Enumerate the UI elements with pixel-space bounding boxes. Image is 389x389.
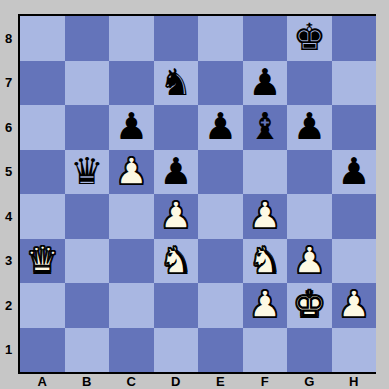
square-f8[interactable] bbox=[243, 16, 288, 61]
square-d1[interactable] bbox=[154, 328, 199, 373]
square-c8[interactable] bbox=[109, 16, 154, 61]
square-e2[interactable] bbox=[198, 283, 243, 328]
square-f7[interactable]: ♟ bbox=[243, 61, 288, 106]
square-h8[interactable] bbox=[332, 16, 377, 61]
rank-label-4: 4 bbox=[0, 194, 17, 239]
file-label-f: F bbox=[243, 373, 288, 389]
square-a1[interactable] bbox=[20, 328, 65, 373]
square-a5[interactable] bbox=[20, 150, 65, 195]
black-bishop[interactable]: ♝ bbox=[248, 105, 281, 150]
square-g6[interactable]: ♟ bbox=[287, 105, 332, 150]
white-pawn[interactable]: ♟ bbox=[248, 194, 281, 239]
square-g7[interactable] bbox=[287, 61, 332, 106]
square-c5[interactable]: ♟ bbox=[109, 150, 154, 195]
black-pawn[interactable]: ♟ bbox=[204, 105, 237, 150]
square-d8[interactable] bbox=[154, 16, 199, 61]
chess-board: ♚♞♟♟♟♝♟♛♟♟♟♟♟♛♞♞♟♟♚♟ bbox=[18, 14, 376, 374]
square-a7[interactable] bbox=[20, 61, 65, 106]
file-label-c: C bbox=[109, 373, 154, 389]
file-labels: ABCDEFGH bbox=[20, 373, 376, 389]
square-d7[interactable]: ♞ bbox=[154, 61, 199, 106]
file-label-h: H bbox=[332, 373, 377, 389]
square-c3[interactable] bbox=[109, 239, 154, 284]
square-h3[interactable] bbox=[332, 239, 377, 284]
white-pawn[interactable]: ♟ bbox=[115, 150, 148, 195]
black-king[interactable]: ♚ bbox=[293, 16, 326, 61]
file-label-e: E bbox=[198, 373, 243, 389]
file-label-g: G bbox=[287, 373, 332, 389]
square-g3[interactable]: ♟ bbox=[287, 239, 332, 284]
white-pawn[interactable]: ♟ bbox=[293, 239, 326, 284]
white-queen[interactable]: ♛ bbox=[26, 239, 59, 284]
rank-labels: 87654321 bbox=[0, 16, 17, 372]
square-h1[interactable] bbox=[332, 328, 377, 373]
black-knight[interactable]: ♞ bbox=[159, 61, 192, 106]
square-f1[interactable] bbox=[243, 328, 288, 373]
square-b7[interactable] bbox=[65, 61, 110, 106]
square-e4[interactable] bbox=[198, 194, 243, 239]
square-d5[interactable]: ♟ bbox=[154, 150, 199, 195]
black-queen[interactable]: ♛ bbox=[70, 150, 103, 195]
square-g4[interactable] bbox=[287, 194, 332, 239]
square-f5[interactable] bbox=[243, 150, 288, 195]
square-e6[interactable]: ♟ bbox=[198, 105, 243, 150]
black-pawn[interactable]: ♟ bbox=[293, 105, 326, 150]
square-h7[interactable] bbox=[332, 61, 377, 106]
square-f2[interactable]: ♟ bbox=[243, 283, 288, 328]
white-pawn[interactable]: ♟ bbox=[159, 194, 192, 239]
square-c1[interactable] bbox=[109, 328, 154, 373]
rank-label-7: 7 bbox=[0, 61, 17, 106]
square-g5[interactable] bbox=[287, 150, 332, 195]
square-h4[interactable] bbox=[332, 194, 377, 239]
black-pawn[interactable]: ♟ bbox=[159, 150, 192, 195]
square-a6[interactable] bbox=[20, 105, 65, 150]
white-pawn[interactable]: ♟ bbox=[337, 283, 370, 328]
square-f6[interactable]: ♝ bbox=[243, 105, 288, 150]
rank-label-6: 6 bbox=[0, 105, 17, 150]
square-a8[interactable] bbox=[20, 16, 65, 61]
file-label-a: A bbox=[20, 373, 65, 389]
square-d2[interactable] bbox=[154, 283, 199, 328]
square-b3[interactable] bbox=[65, 239, 110, 284]
square-b2[interactable] bbox=[65, 283, 110, 328]
square-d4[interactable]: ♟ bbox=[154, 194, 199, 239]
rank-label-5: 5 bbox=[0, 150, 17, 195]
white-knight[interactable]: ♞ bbox=[159, 239, 192, 284]
black-pawn[interactable]: ♟ bbox=[248, 61, 281, 106]
square-e5[interactable] bbox=[198, 150, 243, 195]
rank-label-1: 1 bbox=[0, 328, 17, 373]
square-g8[interactable]: ♚ bbox=[287, 16, 332, 61]
square-h6[interactable] bbox=[332, 105, 377, 150]
chess-diagram: 87654321 ♚♞♟♟♟♝♟♛♟♟♟♟♟♛♞♞♟♟♚♟ ABCDEFGH bbox=[0, 0, 389, 389]
rank-label-3: 3 bbox=[0, 239, 17, 284]
square-a2[interactable] bbox=[20, 283, 65, 328]
square-e7[interactable] bbox=[198, 61, 243, 106]
square-e1[interactable] bbox=[198, 328, 243, 373]
file-label-d: D bbox=[154, 373, 199, 389]
square-c4[interactable] bbox=[109, 194, 154, 239]
white-pawn[interactable]: ♟ bbox=[248, 283, 281, 328]
square-b6[interactable] bbox=[65, 105, 110, 150]
rank-label-2: 2 bbox=[0, 283, 17, 328]
square-a3[interactable]: ♛ bbox=[20, 239, 65, 284]
file-label-b: B bbox=[65, 373, 110, 389]
square-f4[interactable]: ♟ bbox=[243, 194, 288, 239]
square-e3[interactable] bbox=[198, 239, 243, 284]
square-g1[interactable] bbox=[287, 328, 332, 373]
square-f3[interactable]: ♞ bbox=[243, 239, 288, 284]
square-c7[interactable] bbox=[109, 61, 154, 106]
square-b8[interactable] bbox=[65, 16, 110, 61]
white-knight[interactable]: ♞ bbox=[248, 239, 281, 284]
square-d3[interactable]: ♞ bbox=[154, 239, 199, 284]
black-pawn[interactable]: ♟ bbox=[337, 150, 370, 195]
square-h2[interactable]: ♟ bbox=[332, 283, 377, 328]
square-a4[interactable] bbox=[20, 194, 65, 239]
square-b4[interactable] bbox=[65, 194, 110, 239]
white-king[interactable]: ♚ bbox=[293, 283, 326, 328]
black-pawn[interactable]: ♟ bbox=[115, 105, 148, 150]
square-c2[interactable] bbox=[109, 283, 154, 328]
square-b1[interactable] bbox=[65, 328, 110, 373]
square-d6[interactable] bbox=[154, 105, 199, 150]
square-g2[interactable]: ♚ bbox=[287, 283, 332, 328]
square-c6[interactable]: ♟ bbox=[109, 105, 154, 150]
square-h5[interactable]: ♟ bbox=[332, 150, 377, 195]
rank-label-8: 8 bbox=[0, 16, 17, 61]
square-b5[interactable]: ♛ bbox=[65, 150, 110, 195]
square-e8[interactable] bbox=[198, 16, 243, 61]
